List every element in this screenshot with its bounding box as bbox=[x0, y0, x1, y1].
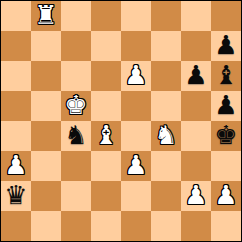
square-e4[interactable] bbox=[121, 121, 151, 151]
square-e8[interactable] bbox=[121, 1, 151, 31]
square-b4[interactable] bbox=[31, 121, 61, 151]
square-b3[interactable] bbox=[31, 151, 61, 181]
square-c6[interactable] bbox=[61, 61, 91, 91]
square-a6[interactable] bbox=[1, 61, 31, 91]
square-g6[interactable]: ♟ bbox=[181, 61, 211, 91]
square-b1[interactable] bbox=[31, 211, 61, 241]
square-f5[interactable] bbox=[151, 91, 181, 121]
square-d6[interactable] bbox=[91, 61, 121, 91]
square-h7[interactable]: ♟ bbox=[211, 31, 241, 61]
square-f3[interactable] bbox=[151, 151, 181, 181]
square-a8[interactable] bbox=[1, 1, 31, 31]
square-e6[interactable]: ♟ bbox=[121, 61, 151, 91]
square-c7[interactable] bbox=[61, 31, 91, 61]
square-e1[interactable] bbox=[121, 211, 151, 241]
square-c5[interactable]: ♚ bbox=[61, 91, 91, 121]
square-g2[interactable]: ♟ bbox=[181, 181, 211, 211]
square-d5[interactable] bbox=[91, 91, 121, 121]
square-g7[interactable] bbox=[181, 31, 211, 61]
square-g5[interactable] bbox=[181, 91, 211, 121]
square-b5[interactable] bbox=[31, 91, 61, 121]
square-a1[interactable] bbox=[1, 211, 31, 241]
square-a5[interactable] bbox=[1, 91, 31, 121]
square-g1[interactable] bbox=[181, 211, 211, 241]
square-a4[interactable] bbox=[1, 121, 31, 151]
piece-white-king: ♚ bbox=[64, 91, 87, 120]
square-f2[interactable] bbox=[151, 181, 181, 211]
square-c3[interactable] bbox=[61, 151, 91, 181]
square-h2[interactable]: ♟ bbox=[211, 181, 241, 211]
piece-black-pawn: ♟ bbox=[214, 91, 237, 120]
square-c4[interactable]: ♞ bbox=[61, 121, 91, 151]
square-h8[interactable] bbox=[211, 1, 241, 31]
piece-white-knight: ♞ bbox=[154, 121, 177, 150]
piece-white-bishop: ♝ bbox=[94, 121, 117, 150]
piece-white-rook: ♜ bbox=[34, 1, 57, 30]
square-a7[interactable] bbox=[1, 31, 31, 61]
square-a2[interactable]: ♛ bbox=[1, 181, 31, 211]
square-g4[interactable] bbox=[181, 121, 211, 151]
square-d1[interactable] bbox=[91, 211, 121, 241]
piece-black-queen: ♛ bbox=[4, 181, 27, 210]
square-e3[interactable]: ♟ bbox=[121, 151, 151, 181]
piece-white-pawn: ♟ bbox=[184, 181, 207, 210]
square-d8[interactable] bbox=[91, 1, 121, 31]
square-b2[interactable] bbox=[31, 181, 61, 211]
piece-black-king: ♚ bbox=[214, 121, 237, 150]
square-h6[interactable]: ♝ bbox=[211, 61, 241, 91]
square-h4[interactable]: ♚ bbox=[211, 121, 241, 151]
chess-board: ♜♟♟♟♝♚♟♞♝♞♚♟♟♛♟♟ bbox=[1, 1, 241, 241]
square-e7[interactable] bbox=[121, 31, 151, 61]
square-d3[interactable] bbox=[91, 151, 121, 181]
square-d2[interactable] bbox=[91, 181, 121, 211]
square-e2[interactable] bbox=[121, 181, 151, 211]
chess-board-frame: ♜♟♟♟♝♚♟♞♝♞♚♟♟♛♟♟ bbox=[0, 0, 242, 242]
piece-black-pawn: ♟ bbox=[214, 31, 237, 60]
square-c1[interactable] bbox=[61, 211, 91, 241]
piece-black-knight: ♞ bbox=[64, 121, 87, 150]
square-f8[interactable] bbox=[151, 1, 181, 31]
square-b6[interactable] bbox=[31, 61, 61, 91]
piece-black-pawn: ♟ bbox=[184, 61, 207, 90]
piece-black-bishop: ♝ bbox=[214, 61, 237, 90]
piece-white-pawn: ♟ bbox=[4, 151, 27, 180]
square-c2[interactable] bbox=[61, 181, 91, 211]
square-d4[interactable]: ♝ bbox=[91, 121, 121, 151]
square-f6[interactable] bbox=[151, 61, 181, 91]
square-h3[interactable] bbox=[211, 151, 241, 181]
square-e5[interactable] bbox=[121, 91, 151, 121]
square-f7[interactable] bbox=[151, 31, 181, 61]
square-c8[interactable] bbox=[61, 1, 91, 31]
square-g3[interactable] bbox=[181, 151, 211, 181]
square-b7[interactable] bbox=[31, 31, 61, 61]
square-a3[interactable]: ♟ bbox=[1, 151, 31, 181]
square-h1[interactable] bbox=[211, 211, 241, 241]
piece-white-pawn: ♟ bbox=[124, 151, 147, 180]
piece-white-pawn: ♟ bbox=[124, 61, 147, 90]
square-b8[interactable]: ♜ bbox=[31, 1, 61, 31]
square-d7[interactable] bbox=[91, 31, 121, 61]
square-g8[interactable] bbox=[181, 1, 211, 31]
square-h5[interactable]: ♟ bbox=[211, 91, 241, 121]
piece-white-pawn: ♟ bbox=[214, 181, 237, 210]
square-f1[interactable] bbox=[151, 211, 181, 241]
square-f4[interactable]: ♞ bbox=[151, 121, 181, 151]
